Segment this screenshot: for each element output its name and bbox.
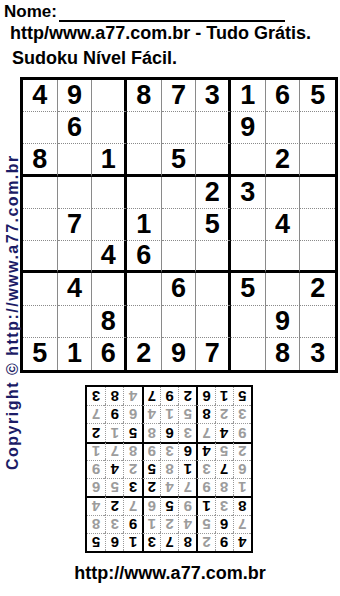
puzzle-cell-r5c5[interactable]: [162, 209, 197, 241]
solution-cell-r5c1: 6: [233, 460, 251, 478]
puzzle-cell-r7c9: 2: [300, 273, 335, 305]
puzzle-cell-r8c8: 9: [266, 306, 301, 338]
puzzle-cell-r1c5: 7: [162, 80, 197, 112]
solution-cell-r7c9: 2: [87, 423, 105, 441]
solution-cell-r2c4: 4: [178, 515, 196, 533]
puzzle-cell-r4c3[interactable]: [92, 177, 127, 209]
puzzle-cell-r6c5[interactable]: [162, 241, 197, 273]
puzzle-cell-r5c8: 4: [266, 209, 301, 241]
solution-cell-r8c7: 6: [123, 405, 141, 423]
puzzle-cell-r9c8: 8: [266, 338, 301, 370]
solution-cell-r3c5: 5: [160, 496, 178, 514]
solution-cell-r7c8: 1: [105, 423, 123, 441]
puzzle-cell-r9c7[interactable]: [231, 338, 266, 370]
puzzle-cell-r1c8: 6: [266, 80, 301, 112]
solution-cell-r8c6: 4: [142, 405, 160, 423]
solution-cell-r9c2: 1: [215, 387, 233, 405]
puzzle-cell-r6c1[interactable]: [23, 241, 58, 273]
solution-cell-r3c1: 8: [233, 496, 251, 514]
solution-cell-r5c6: 5: [142, 460, 160, 478]
puzzle-cell-r9c3: 6: [92, 338, 127, 370]
solution-cell-r9c1: 5: [233, 387, 251, 405]
solution-cell-r6c3: 4: [196, 442, 214, 460]
solution-cell-r8c3: 8: [196, 405, 214, 423]
solution-cell-r8c8: 9: [105, 405, 123, 423]
solution-cell-r9c7: 4: [123, 387, 141, 405]
solution-cell-r2c9: 8: [87, 515, 105, 533]
solution-cell-r3c9: 4: [87, 496, 105, 514]
solution-cell-r5c7: 2: [123, 460, 141, 478]
solution-cell-r1c8: 6: [105, 533, 123, 551]
solution-cell-r4c6: 2: [142, 478, 160, 496]
puzzle-cell-r7c1[interactable]: [23, 273, 58, 305]
solution-cell-r6c5: 3: [160, 442, 178, 460]
puzzle-cell-r2c3[interactable]: [92, 112, 127, 144]
solution-cell-r2c2: 6: [215, 515, 233, 533]
puzzle-cell-r8c1[interactable]: [23, 306, 58, 338]
puzzle-cell-r9c2: 1: [58, 338, 93, 370]
solution-cell-r6c6: 9: [142, 442, 160, 460]
solution-cell-r2c5: 2: [160, 515, 178, 533]
solution-cell-r1c1: 4: [233, 533, 251, 551]
puzzle-cell-r5c4: 1: [127, 209, 162, 241]
solution-cell-r3c2: 3: [215, 496, 233, 514]
puzzle-cell-r4c8[interactable]: [266, 177, 301, 209]
solution-cell-r3c7: 7: [123, 496, 141, 514]
puzzle-cell-r4c9[interactable]: [300, 177, 335, 209]
puzzle-cell-r5c9[interactable]: [300, 209, 335, 241]
solution-cell-r7c3: 7: [196, 423, 214, 441]
puzzle-cell-r2c7: 9: [231, 112, 266, 144]
puzzle-cell-r1c4: 8: [127, 80, 162, 112]
solution-cell-r6c2: 5: [215, 442, 233, 460]
puzzle-cell-r2c2: 6: [58, 112, 93, 144]
solution-cell-r5c3: 3: [196, 460, 214, 478]
solution-cell-r4c7: 3: [123, 478, 141, 496]
puzzle-cell-r8c7[interactable]: [231, 306, 266, 338]
puzzle-cell-r3c3: 1: [92, 144, 127, 176]
solution-cell-r5c2: 7: [215, 460, 233, 478]
name-label: Nome:: [4, 2, 57, 21]
puzzle-cell-r4c7: 3: [231, 177, 266, 209]
solution-cell-r9c3: 6: [196, 387, 214, 405]
puzzle-cell-r5c1[interactable]: [23, 209, 58, 241]
puzzle-cell-r6c3: 4: [92, 241, 127, 273]
puzzle-cell-r7c8[interactable]: [266, 273, 301, 305]
puzzle-cell-r9c6: 7: [196, 338, 231, 370]
solution-cell-r4c3: 9: [196, 478, 214, 496]
puzzle-cell-r6c8[interactable]: [266, 241, 301, 273]
solution-cell-r1c6: 3: [142, 533, 160, 551]
puzzle-cell-r4c5[interactable]: [162, 177, 197, 209]
puzzle-cell-r1c3[interactable]: [92, 80, 127, 112]
puzzle-cell-r3c6[interactable]: [196, 144, 231, 176]
solution-cell-r8c9: 7: [87, 405, 105, 423]
solution-cell-r4c8: 5: [105, 478, 123, 496]
solution-cell-r9c4: 2: [178, 387, 196, 405]
solution-cell-r1c4: 8: [178, 533, 196, 551]
solution-cell-r7c6: 8: [142, 423, 160, 441]
site-title: http/www.a77.com.br - Tudo Grátis.: [10, 23, 311, 44]
solution-cell-r6c8: 7: [105, 442, 123, 460]
puzzle-cell-r7c7: 5: [231, 273, 266, 305]
solution-cell-r5c5: 8: [160, 460, 178, 478]
puzzle-cell-r2c6[interactable]: [196, 112, 231, 144]
solution-cell-r6c4: 6: [178, 442, 196, 460]
footer-url: http://www.a77.com.br: [0, 563, 340, 584]
puzzle-cell-r1c6: 3: [196, 80, 231, 112]
solution-cell-r3c3: 1: [196, 496, 214, 514]
puzzle-cell-r4c4[interactable]: [127, 177, 162, 209]
puzzle-cell-r9c4: 2: [127, 338, 162, 370]
puzzle-cell-r5c3[interactable]: [92, 209, 127, 241]
puzzle-cell-r2c9[interactable]: [300, 112, 335, 144]
solution-cell-r5c9: 9: [87, 460, 105, 478]
solution-cell-r5c8: 4: [105, 460, 123, 478]
puzzle-cell-r2c4[interactable]: [127, 112, 162, 144]
solution-cell-r9c9: 3: [87, 387, 105, 405]
puzzle-cell-r7c5: 6: [162, 273, 197, 305]
name-blank-line[interactable]: [59, 5, 285, 22]
solution-cell-r7c2: 4: [215, 423, 233, 441]
solution-cell-r4c1: 1: [233, 478, 251, 496]
solution-cell-r8c5: 1: [160, 405, 178, 423]
puzzle-cell-r3c7[interactable]: [231, 144, 266, 176]
solution-cell-r7c4: 3: [178, 423, 196, 441]
puzzle-cell-r5c7[interactable]: [231, 209, 266, 241]
puzzle-cell-r4c1[interactable]: [23, 177, 58, 209]
solution-cell-r8c2: 2: [215, 405, 233, 423]
solution-cell-r6c7: 8: [123, 442, 141, 460]
solution-cell-r3c6: 6: [142, 496, 160, 514]
puzzle-cell-r7c2: 4: [58, 273, 93, 305]
solution-grid-rotated: 4928731657654219388319567241897423566731…: [85, 385, 253, 553]
puzzle-cell-r6c7[interactable]: [231, 241, 266, 273]
puzzle-cell-r5c6: 5: [196, 209, 231, 241]
puzzle-cell-r7c4[interactable]: [127, 273, 162, 305]
puzzle-cell-r1c9: 5: [300, 80, 335, 112]
puzzle-cell-r4c2[interactable]: [58, 177, 93, 209]
solution-cell-r9c5: 9: [160, 387, 178, 405]
puzzle-cell-r8c6[interactable]: [196, 306, 231, 338]
solution-cell-r1c5: 7: [160, 533, 178, 551]
puzzle-cell-r2c8[interactable]: [266, 112, 301, 144]
puzzle-cell-r8c2[interactable]: [58, 306, 93, 338]
puzzle-cell-r3c5: 5: [162, 144, 197, 176]
solution-cell-r2c1: 7: [233, 515, 251, 533]
solution-cell-r4c2: 8: [215, 478, 233, 496]
solution-cell-r1c7: 1: [123, 533, 141, 551]
puzzle-cell-r6c9[interactable]: [300, 241, 335, 273]
puzzle-cell-r8c3: 8: [92, 306, 127, 338]
puzzle-cell-r9c9: 3: [300, 338, 335, 370]
puzzle-cell-r1c1: 4: [23, 80, 58, 112]
solution-cell-r4c4: 7: [178, 478, 196, 496]
puzzle-cell-r7c3[interactable]: [92, 273, 127, 305]
solution-cell-r1c9: 5: [87, 533, 105, 551]
puzzle-cell-r3c4[interactable]: [127, 144, 162, 176]
puzzle-cell-r7c6[interactable]: [196, 273, 231, 305]
name-row: Nome:: [4, 2, 285, 22]
solution-cell-r7c5: 6: [160, 423, 178, 441]
solution-cell-r9c6: 7: [142, 387, 160, 405]
solution-cell-r5c4: 1: [178, 460, 196, 478]
puzzle-cell-r1c2: 9: [58, 80, 93, 112]
puzzle-cell-r5c2: 7: [58, 209, 93, 241]
puzzle-cell-r2c5[interactable]: [162, 112, 197, 144]
puzzle-cell-r3c2[interactable]: [58, 144, 93, 176]
puzzle-cell-r4c6: 2: [196, 177, 231, 209]
solution-cell-r4c5: 4: [160, 478, 178, 496]
solution-cell-r2c8: 3: [105, 515, 123, 533]
puzzle-cell-r6c4: 6: [127, 241, 162, 273]
solution-cell-r7c1: 9: [233, 423, 251, 441]
puzzle-cell-r3c9[interactable]: [300, 144, 335, 176]
solution-cell-r6c9: 1: [87, 442, 105, 460]
solution-cell-r3c4: 9: [178, 496, 196, 514]
puzzle-cell-r3c1: 8: [23, 144, 58, 176]
solution-cell-r1c2: 9: [215, 533, 233, 551]
puzzle-cell-r1c7: 1: [231, 80, 266, 112]
puzzle-cell-r8c9[interactable]: [300, 306, 335, 338]
puzzle-level-title: Sudoku Nível Fácil.: [12, 48, 177, 69]
solution-cell-r7c7: 5: [123, 423, 141, 441]
puzzle-cell-r8c5[interactable]: [162, 306, 197, 338]
puzzle-cell-r9c5: 9: [162, 338, 197, 370]
solution-cell-r2c6: 1: [142, 515, 160, 533]
solution-cell-r2c7: 9: [123, 515, 141, 533]
solution-cell-r4c9: 6: [87, 478, 105, 496]
puzzle-cell-r2c1[interactable]: [23, 112, 58, 144]
solution-cell-r2c3: 5: [196, 515, 214, 533]
copyright-vertical-text: Copyright © http://www.a77.com.br: [4, 80, 22, 470]
solution-cell-r8c4: 5: [178, 405, 196, 423]
solution-cell-r8c1: 3: [233, 405, 251, 423]
puzzle-cell-r9c1: 5: [23, 338, 58, 370]
puzzle-cell-r8c4[interactable]: [127, 306, 162, 338]
solution-cell-r6c1: 2: [233, 442, 251, 460]
solution-cell-r9c8: 8: [105, 387, 123, 405]
puzzle-cell-r6c2[interactable]: [58, 241, 93, 273]
solution-cell-r1c3: 2: [196, 533, 214, 551]
puzzle-cell-r6c6[interactable]: [196, 241, 231, 273]
puzzle-cell-r3c8: 2: [266, 144, 301, 176]
solution-cell-r3c8: 2: [105, 496, 123, 514]
main-sudoku-grid: 498731656981522371544646528951629783: [20, 77, 338, 373]
